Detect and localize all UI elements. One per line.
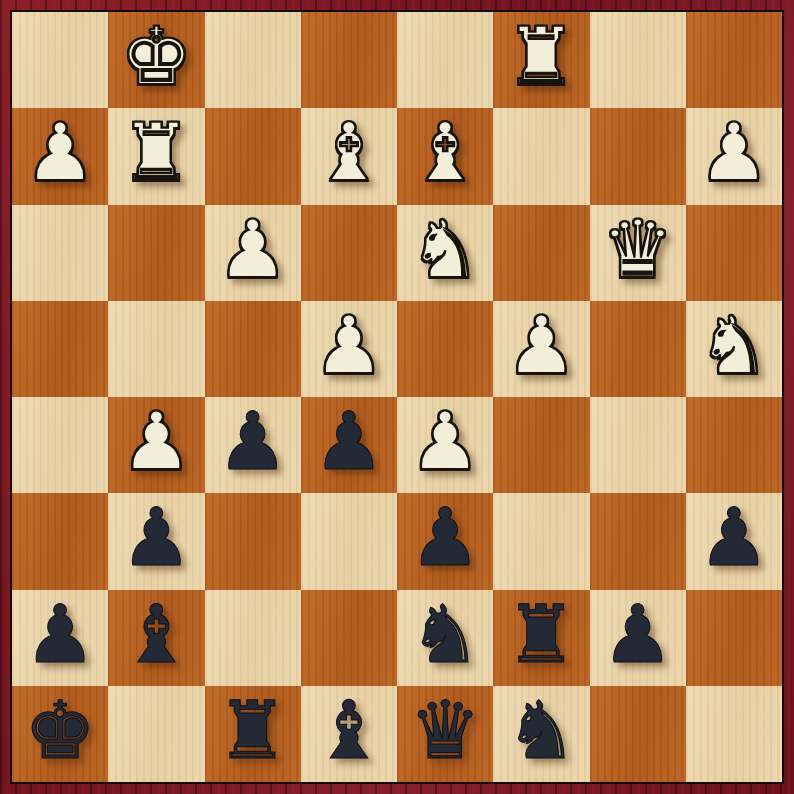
white-pawn-h2: ♟ [24, 113, 96, 193]
square-e4[interactable]: ♟ [301, 301, 397, 397]
square-c2[interactable] [493, 108, 589, 204]
black-queen-d8: ♛ [409, 691, 481, 771]
square-d8[interactable]: ♛ [397, 686, 493, 782]
white-pawn-f3: ♟ [217, 210, 289, 290]
square-b8[interactable] [590, 686, 686, 782]
square-f6[interactable] [205, 493, 301, 589]
square-h4[interactable] [12, 301, 108, 397]
square-g1[interactable]: ♚ [108, 12, 204, 108]
black-pawn-g6: ♟ [121, 498, 193, 578]
square-b6[interactable] [590, 493, 686, 589]
square-c6[interactable] [493, 493, 589, 589]
square-h2[interactable]: ♟ [12, 108, 108, 204]
board-inner-rim: ♚♜♟♜♝♝♟♟♞♛♟♟♞♟♟♟♟♟♟♟♟♝♞♜♟♚♜♝♛♞ [10, 10, 784, 784]
square-e2[interactable]: ♝ [301, 108, 397, 204]
square-c8[interactable]: ♞ [493, 686, 589, 782]
square-a2[interactable]: ♟ [686, 108, 782, 204]
square-a1[interactable] [686, 12, 782, 108]
square-b3[interactable]: ♛ [590, 205, 686, 301]
square-g2[interactable]: ♜ [108, 108, 204, 204]
square-f1[interactable] [205, 12, 301, 108]
black-rook-f8: ♜ [217, 691, 289, 771]
white-rook-g2: ♜ [121, 113, 193, 193]
square-d5[interactable]: ♟ [397, 397, 493, 493]
square-e7[interactable] [301, 590, 397, 686]
white-queen-b3: ♛ [602, 210, 674, 290]
square-e5[interactable]: ♟ [301, 397, 397, 493]
square-g8[interactable] [108, 686, 204, 782]
square-a5[interactable] [686, 397, 782, 493]
black-pawn-h7: ♟ [24, 595, 96, 675]
white-pawn-e4: ♟ [313, 306, 385, 386]
square-c3[interactable] [493, 205, 589, 301]
square-d2[interactable]: ♝ [397, 108, 493, 204]
black-king-h8: ♚ [24, 691, 96, 771]
black-rook-c7: ♜ [506, 595, 578, 675]
board-frame: ♚♜♟♜♝♝♟♟♞♛♟♟♞♟♟♟♟♟♟♟♟♝♞♜♟♚♜♝♛♞ [0, 0, 794, 794]
screenshot-root: ♚♜♟♜♝♝♟♟♞♛♟♟♞♟♟♟♟♟♟♟♟♝♞♜♟♚♜♝♛♞ [0, 0, 794, 794]
square-g5[interactable]: ♟ [108, 397, 204, 493]
square-b5[interactable] [590, 397, 686, 493]
square-d6[interactable]: ♟ [397, 493, 493, 589]
square-g3[interactable] [108, 205, 204, 301]
square-a6[interactable]: ♟ [686, 493, 782, 589]
square-c1[interactable]: ♜ [493, 12, 589, 108]
square-b2[interactable] [590, 108, 686, 204]
square-h1[interactable] [12, 12, 108, 108]
black-bishop-e8: ♝ [313, 691, 385, 771]
black-bishop-g7: ♝ [121, 595, 193, 675]
white-bishop-d2: ♝ [409, 113, 481, 193]
square-d4[interactable] [397, 301, 493, 397]
black-knight-d7: ♞ [409, 595, 481, 675]
black-pawn-d6: ♟ [409, 498, 481, 578]
square-h3[interactable] [12, 205, 108, 301]
square-c4[interactable]: ♟ [493, 301, 589, 397]
black-pawn-e5: ♟ [313, 402, 385, 482]
square-h5[interactable] [12, 397, 108, 493]
square-f7[interactable] [205, 590, 301, 686]
white-pawn-d5: ♟ [409, 402, 481, 482]
square-c5[interactable] [493, 397, 589, 493]
square-f5[interactable]: ♟ [205, 397, 301, 493]
white-rook-c1: ♜ [506, 17, 578, 97]
square-b1[interactable] [590, 12, 686, 108]
square-a7[interactable] [686, 590, 782, 686]
square-d3[interactable]: ♞ [397, 205, 493, 301]
square-g4[interactable] [108, 301, 204, 397]
square-f3[interactable]: ♟ [205, 205, 301, 301]
square-f8[interactable]: ♜ [205, 686, 301, 782]
square-g6[interactable]: ♟ [108, 493, 204, 589]
square-c7[interactable]: ♜ [493, 590, 589, 686]
square-f4[interactable] [205, 301, 301, 397]
square-h8[interactable]: ♚ [12, 686, 108, 782]
square-b4[interactable] [590, 301, 686, 397]
black-pawn-a6: ♟ [698, 498, 770, 578]
white-bishop-e2: ♝ [313, 113, 385, 193]
square-a3[interactable] [686, 205, 782, 301]
square-d1[interactable] [397, 12, 493, 108]
white-pawn-a2: ♟ [698, 113, 770, 193]
square-e1[interactable] [301, 12, 397, 108]
chessboard: ♚♜♟♜♝♝♟♟♞♛♟♟♞♟♟♟♟♟♟♟♟♝♞♜♟♚♜♝♛♞ [12, 12, 782, 782]
square-b7[interactable]: ♟ [590, 590, 686, 686]
square-e3[interactable] [301, 205, 397, 301]
square-d7[interactable]: ♞ [397, 590, 493, 686]
black-pawn-f5: ♟ [217, 402, 289, 482]
square-h7[interactable]: ♟ [12, 590, 108, 686]
white-pawn-g5: ♟ [121, 402, 193, 482]
square-e6[interactable] [301, 493, 397, 589]
square-e8[interactable]: ♝ [301, 686, 397, 782]
white-pawn-c4: ♟ [506, 306, 578, 386]
black-knight-c8: ♞ [506, 691, 578, 771]
square-g7[interactable]: ♝ [108, 590, 204, 686]
black-pawn-b7: ♟ [602, 595, 674, 675]
square-f2[interactable] [205, 108, 301, 204]
square-a8[interactable] [686, 686, 782, 782]
square-a4[interactable]: ♞ [686, 301, 782, 397]
white-knight-d3: ♞ [409, 210, 481, 290]
square-h6[interactable] [12, 493, 108, 589]
white-king-g1: ♚ [121, 17, 193, 97]
white-knight-a4: ♞ [698, 306, 770, 386]
